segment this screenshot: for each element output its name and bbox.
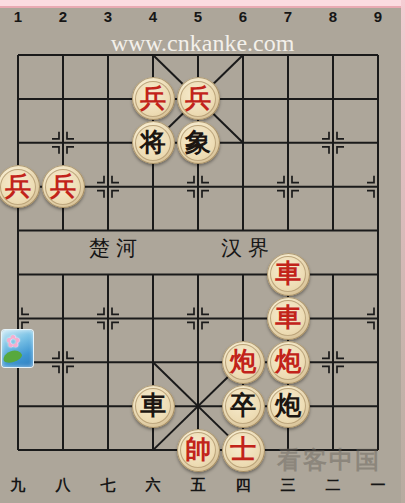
piece-glyph: 兵 (5, 174, 31, 200)
lotus-logo: ✿ (2, 330, 33, 367)
piece-glyph: 将 (140, 130, 166, 156)
piece-glyph: 車 (275, 305, 301, 331)
piece-glyph: 士 (230, 437, 256, 463)
piece-red-advisor[interactable]: 士 (222, 429, 265, 472)
piece-black-elephant[interactable]: 象 (177, 121, 220, 164)
piece-red-soldier[interactable]: 兵 (177, 77, 220, 120)
lotus-flower-icon: ✿ (6, 333, 20, 350)
piece-glyph: 象 (185, 130, 211, 156)
xiangqi-app: 123456789 www.cnkanke.com 楚河 汉界 看客中国 兵兵将… (0, 0, 405, 503)
piece-glyph: 車 (140, 393, 166, 419)
piece-glyph: 帥 (185, 437, 211, 463)
piece-glyph: 車 (275, 261, 301, 287)
piece-red-soldier[interactable]: 兵 (0, 165, 40, 208)
piece-black-soldier[interactable]: 卒 (222, 385, 265, 428)
piece-red-cannon[interactable]: 炮 (222, 341, 265, 384)
piece-glyph: 炮 (275, 393, 301, 419)
piece-black-general[interactable]: 将 (132, 121, 175, 164)
piece-black-chariot[interactable]: 車 (132, 385, 175, 428)
piece-red-soldier[interactable]: 兵 (42, 165, 85, 208)
piece-red-chariot[interactable]: 車 (267, 297, 310, 340)
piece-red-soldier[interactable]: 兵 (132, 77, 175, 120)
piece-glyph: 炮 (230, 349, 256, 375)
piece-glyph: 卒 (230, 393, 256, 419)
piece-glyph: 兵 (185, 86, 211, 112)
piece-black-cannon[interactable]: 炮 (267, 385, 310, 428)
xiangqi-board: 兵兵将象兵兵車車炮炮車卒炮帥士 (0, 33, 401, 472)
piece-red-chariot[interactable]: 車 (267, 253, 310, 296)
piece-glyph: 兵 (140, 86, 166, 112)
piece-red-general[interactable]: 帥 (177, 429, 220, 472)
piece-red-cannon[interactable]: 炮 (267, 341, 310, 384)
piece-glyph: 炮 (275, 349, 301, 375)
piece-glyph: 兵 (50, 174, 76, 200)
